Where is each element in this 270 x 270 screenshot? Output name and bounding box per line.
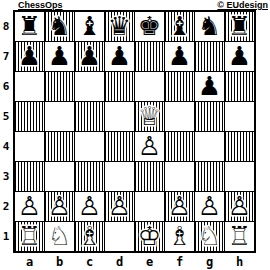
square-d2[interactable]: ♟♙ [105, 192, 134, 221]
square-g2[interactable]: ♟♙ [195, 192, 224, 221]
black-king[interactable]: ♚ [135, 12, 164, 41]
file-label-c: c [75, 255, 104, 269]
black-knight[interactable]: ♞ [195, 12, 224, 41]
square-b1[interactable]: ♞♘ [45, 222, 74, 251]
board: ♜♜♞♞♝♝♛♛♚♚♝♝♞♞♜♜♟♟♟♟♟♟♟♟♟♟♟♟♟♟♛♕♟♙♟♙♟♙♟♙… [13, 10, 256, 253]
file-label-f: f [165, 255, 194, 269]
square-e5[interactable]: ♛♕ [135, 102, 164, 131]
square-d4[interactable] [105, 132, 134, 161]
white-pawn[interactable]: ♙ [45, 192, 74, 221]
white-rook[interactable]: ♖ [15, 222, 44, 251]
square-a2[interactable]: ♟♙ [15, 192, 44, 221]
square-f1[interactable]: ♝♗ [165, 222, 194, 251]
square-g8[interactable]: ♞♞ [195, 12, 224, 41]
black-rook[interactable]: ♜ [15, 12, 44, 41]
black-knight[interactable]: ♞ [45, 12, 74, 41]
square-b3[interactable] [45, 162, 74, 191]
square-b6[interactable] [45, 72, 74, 101]
square-d8[interactable]: ♛♛ [105, 12, 134, 41]
square-a1[interactable]: ♜♖ [15, 222, 44, 251]
white-king[interactable]: ♔ [135, 222, 164, 251]
app-title: ChessOps [18, 0, 63, 10]
square-c5[interactable] [75, 102, 104, 131]
square-h7[interactable]: ♟♟ [225, 42, 254, 71]
white-rook[interactable]: ♖ [225, 222, 254, 251]
square-a4[interactable] [15, 132, 44, 161]
square-f2[interactable]: ♟♙ [165, 192, 194, 221]
square-e1[interactable]: ♚♔ [135, 222, 164, 251]
black-rook[interactable]: ♜ [225, 12, 254, 41]
white-pawn[interactable]: ♙ [225, 192, 254, 221]
white-pawn[interactable]: ♙ [105, 192, 134, 221]
white-pawn[interactable]: ♙ [165, 192, 194, 221]
black-pawn[interactable]: ♟ [225, 42, 254, 71]
black-pawn[interactable]: ♟ [15, 42, 44, 71]
square-b2[interactable]: ♟♙ [45, 192, 74, 221]
square-g5[interactable] [195, 102, 224, 131]
square-h6[interactable] [225, 72, 254, 101]
square-a5[interactable] [15, 102, 44, 131]
square-b7[interactable]: ♟♟ [45, 42, 74, 71]
square-a6[interactable] [15, 72, 44, 101]
white-knight[interactable]: ♘ [195, 222, 224, 251]
square-b8[interactable]: ♞♞ [45, 12, 74, 41]
square-e3[interactable] [135, 162, 164, 191]
black-queen[interactable]: ♛ [105, 12, 134, 41]
white-pawn[interactable]: ♙ [135, 132, 164, 161]
square-e6[interactable] [135, 72, 164, 101]
square-f5[interactable] [165, 102, 194, 131]
file-label-g: g [195, 255, 224, 269]
rank-label-3: 3 [0, 162, 12, 191]
square-d6[interactable] [105, 72, 134, 101]
rank-label-2: 2 [0, 192, 12, 221]
rank-label-6: 6 [0, 72, 12, 101]
white-pawn[interactable]: ♙ [75, 192, 104, 221]
square-a7[interactable]: ♟♟ [15, 42, 44, 71]
chessops-window: ChessOps © EUdesign 87654321 ♜♜♞♞♝♝♛♛♚♚♝… [0, 0, 270, 270]
square-g6[interactable]: ♟♟ [195, 72, 224, 101]
white-knight[interactable]: ♘ [45, 222, 74, 251]
square-d3[interactable] [105, 162, 134, 191]
square-c6[interactable] [75, 72, 104, 101]
square-g3[interactable] [195, 162, 224, 191]
square-e2[interactable] [135, 192, 164, 221]
square-e4[interactable]: ♟♙ [135, 132, 164, 161]
square-d5[interactable] [105, 102, 134, 131]
square-g7[interactable] [195, 42, 224, 71]
square-b5[interactable] [45, 102, 74, 131]
square-f6[interactable] [165, 72, 194, 101]
square-c8[interactable]: ♝♝ [75, 12, 104, 41]
square-f7[interactable]: ♟♟ [165, 42, 194, 71]
square-c7[interactable]: ♟♟ [75, 42, 104, 71]
square-a8[interactable]: ♜♜ [15, 12, 44, 41]
rank-label-7: 7 [0, 42, 12, 71]
square-f8[interactable]: ♝♝ [165, 12, 194, 41]
file-label-e: e [135, 255, 164, 269]
white-pawn[interactable]: ♙ [195, 192, 224, 221]
square-d7[interactable]: ♟♟ [105, 42, 134, 71]
rank-label-4: 4 [0, 132, 12, 161]
black-pawn[interactable]: ♟ [165, 42, 194, 71]
white-bishop[interactable]: ♗ [75, 222, 104, 251]
square-e8[interactable]: ♚♚ [135, 12, 164, 41]
rank-label-5: 5 [0, 102, 12, 131]
rank-label-8: 8 [0, 12, 12, 41]
square-h4[interactable] [225, 132, 254, 161]
square-h1[interactable]: ♜♖ [225, 222, 254, 251]
square-f3[interactable] [165, 162, 194, 191]
rank-labels: 87654321 [0, 12, 12, 251]
black-pawn[interactable]: ♟ [195, 72, 224, 101]
credit-label: © EUdesign [217, 0, 268, 10]
rank-label-1: 1 [0, 222, 12, 251]
square-h8[interactable]: ♜♜ [225, 12, 254, 41]
square-a3[interactable] [15, 162, 44, 191]
white-bishop[interactable]: ♗ [165, 222, 194, 251]
black-pawn[interactable]: ♟ [75, 42, 104, 71]
square-d1[interactable] [105, 222, 134, 251]
square-h5[interactable] [225, 102, 254, 131]
file-label-a: a [15, 255, 44, 269]
black-bishop[interactable]: ♝ [165, 12, 194, 41]
square-c3[interactable] [75, 162, 104, 191]
black-bishop[interactable]: ♝ [75, 12, 104, 41]
file-label-b: b [45, 255, 74, 269]
square-b4[interactable] [45, 132, 74, 161]
file-label-d: d [105, 255, 134, 269]
file-label-h: h [225, 255, 254, 269]
square-e7[interactable] [135, 42, 164, 71]
white-pawn[interactable]: ♙ [15, 192, 44, 221]
square-c1[interactable]: ♝♗ [75, 222, 104, 251]
square-c4[interactable] [75, 132, 104, 161]
square-f4[interactable] [165, 132, 194, 161]
square-g4[interactable] [195, 132, 224, 161]
square-h3[interactable] [225, 162, 254, 191]
square-c2[interactable]: ♟♙ [75, 192, 104, 221]
file-labels: abcdefgh [15, 255, 254, 269]
square-g1[interactable]: ♞♘ [195, 222, 224, 251]
black-pawn[interactable]: ♟ [105, 42, 134, 71]
black-pawn[interactable]: ♟ [45, 42, 74, 71]
white-queen[interactable]: ♕ [135, 102, 164, 131]
square-h2[interactable]: ♟♙ [225, 192, 254, 221]
